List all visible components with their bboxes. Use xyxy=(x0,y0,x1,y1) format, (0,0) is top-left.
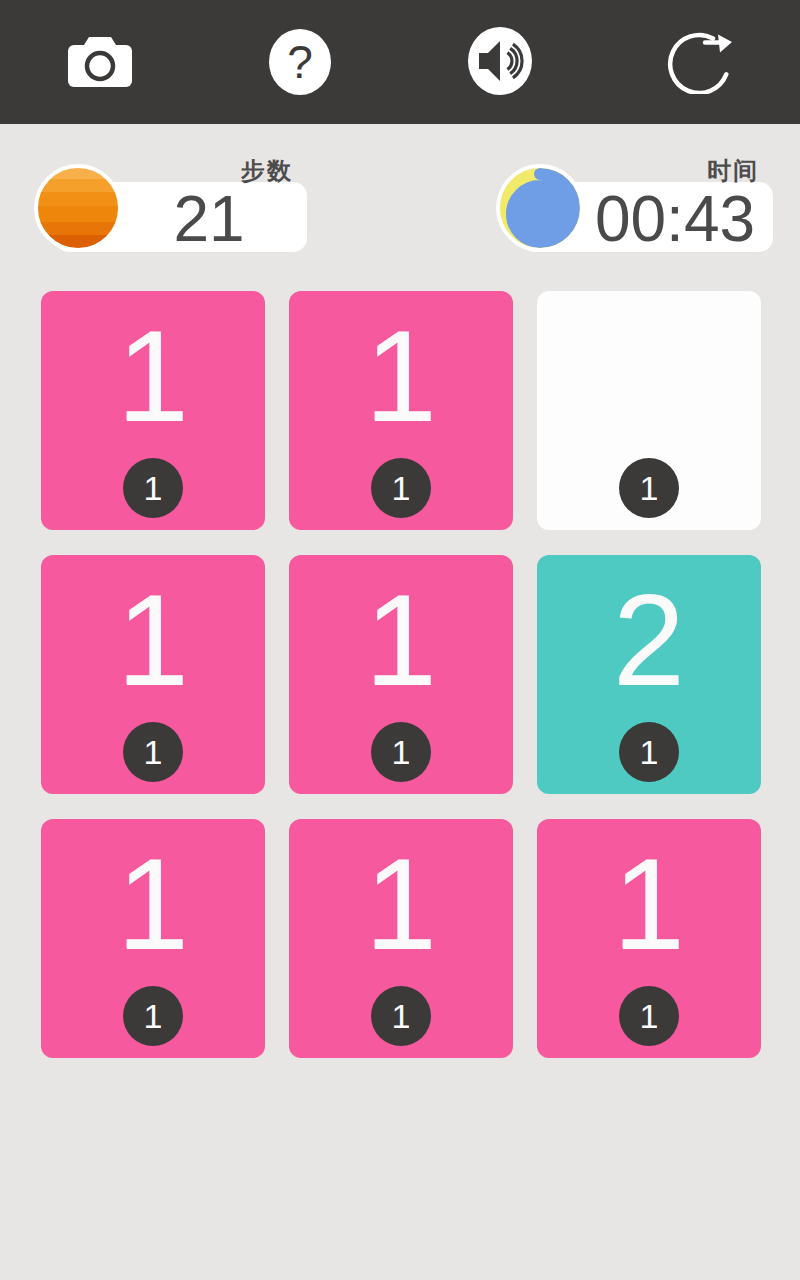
time-icon xyxy=(496,164,584,252)
tile-value: 1 xyxy=(289,839,513,969)
game-board: 1 1 1 1 1 1 1 1 1 2 1 1 1 1 1 1 1 xyxy=(41,291,761,1058)
sound-button[interactable] xyxy=(400,0,600,124)
restart-icon xyxy=(667,28,733,97)
time-value: 00:43 xyxy=(577,182,773,252)
sound-icon xyxy=(467,26,533,99)
tile-badge: 1 xyxy=(619,986,679,1046)
tile-value: 1 xyxy=(289,575,513,705)
tile-r2c1[interactable]: 1 1 xyxy=(41,555,265,794)
tile-value: 1 xyxy=(41,311,265,441)
tile-badge: 1 xyxy=(371,722,431,782)
steps-icon xyxy=(34,164,122,252)
toolbar: ? xyxy=(0,0,800,124)
tile-value: 2 xyxy=(537,575,761,705)
restart-button[interactable] xyxy=(600,0,800,124)
tile-badge: 1 xyxy=(123,986,183,1046)
tile-badge: 1 xyxy=(123,458,183,518)
steps-value: 21 xyxy=(111,182,307,252)
tile-r2c2[interactable]: 1 1 xyxy=(289,555,513,794)
tile-r1c1[interactable]: 1 1 xyxy=(41,291,265,530)
tile-value: 1 xyxy=(41,575,265,705)
tile-r1c2[interactable]: 1 1 xyxy=(289,291,513,530)
tile-value: 1 xyxy=(289,311,513,441)
help-button[interactable]: ? xyxy=(200,0,400,124)
camera-icon xyxy=(67,33,133,92)
tile-r3c2[interactable]: 1 1 xyxy=(289,819,513,1058)
tile-badge: 1 xyxy=(123,722,183,782)
tile-badge: 1 xyxy=(371,986,431,1046)
tile-value: 1 xyxy=(41,839,265,969)
tile-badge: 1 xyxy=(371,458,431,518)
tile-badge: 1 xyxy=(619,458,679,518)
camera-button[interactable] xyxy=(0,0,200,124)
tile-r1c3[interactable]: 1 xyxy=(537,291,761,530)
tile-r2c3[interactable]: 2 1 xyxy=(537,555,761,794)
tile-r3c3[interactable]: 1 1 xyxy=(537,819,761,1058)
tile-badge: 1 xyxy=(619,722,679,782)
tile-value: 1 xyxy=(537,839,761,969)
help-icon: ? xyxy=(269,29,331,95)
tile-r3c1[interactable]: 1 1 xyxy=(41,819,265,1058)
